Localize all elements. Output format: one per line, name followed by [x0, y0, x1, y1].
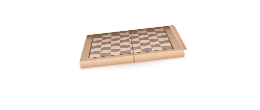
square-c1 [110, 51, 120, 55]
square-a1 [89, 53, 100, 57]
hinge-seam-front [133, 55, 135, 63]
square-b1 [100, 52, 111, 56]
product-photo [0, 0, 260, 110]
square-h1 [161, 45, 173, 49]
square-d1 [120, 50, 131, 54]
